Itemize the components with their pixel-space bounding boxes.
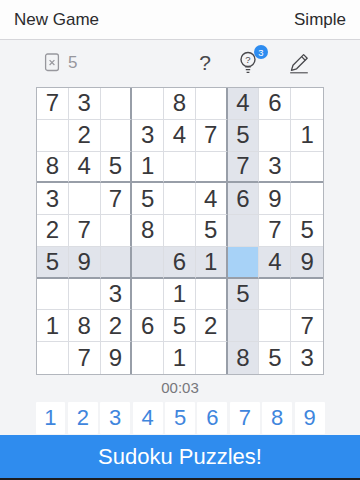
cell-r8c1[interactable]: 1 (37, 310, 69, 342)
cell-r9c8[interactable]: 5 (259, 342, 291, 374)
cell-r7c4[interactable] (132, 279, 164, 311)
cell-r6c2[interactable]: 9 (69, 247, 101, 279)
cell-r7c5[interactable]: 1 (164, 279, 196, 311)
pencil-icon (285, 50, 313, 75)
hint-button[interactable]: ? 3 (235, 50, 261, 75)
cell-r7c1[interactable] (37, 279, 69, 311)
cell-r4c2[interactable] (69, 183, 101, 215)
cell-r5c9[interactable]: 5 (291, 215, 323, 247)
cell-r5c5[interactable] (164, 215, 196, 247)
timer: 00:03 (0, 379, 360, 399)
cell-r6c9[interactable]: 9 (291, 247, 323, 279)
numpad-6[interactable]: 6 (197, 402, 227, 434)
help-button[interactable]: ? (199, 52, 211, 73)
cell-r5c6[interactable]: 5 (196, 215, 228, 247)
svg-text:?: ? (245, 54, 250, 65)
cell-r2c5[interactable]: 4 (164, 120, 196, 152)
cell-r8c5[interactable]: 5 (164, 310, 196, 342)
cell-r9c3[interactable]: 9 (101, 342, 133, 374)
difficulty-button[interactable]: Simple (294, 10, 346, 30)
numpad-8[interactable]: 8 (262, 402, 292, 434)
mistakes-counter: 5 (44, 53, 77, 73)
cell-r3c2[interactable]: 4 (69, 152, 101, 184)
cell-r4c7[interactable]: 6 (228, 183, 260, 215)
cell-r8c7[interactable] (228, 310, 260, 342)
cell-r3c4[interactable]: 1 (132, 152, 164, 184)
cell-r6c8[interactable]: 4 (259, 247, 291, 279)
numpad-5[interactable]: 5 (165, 402, 195, 434)
numpad-3[interactable]: 3 (100, 402, 130, 434)
mistakes-count: 5 (68, 53, 77, 73)
cell-r6c5[interactable]: 6 (164, 247, 196, 279)
cell-r4c8[interactable]: 9 (259, 183, 291, 215)
cell-r1c7[interactable]: 4 (228, 88, 260, 120)
cell-r4c5[interactable] (164, 183, 196, 215)
cell-r6c6[interactable]: 1 (196, 247, 228, 279)
cell-r7c3[interactable]: 3 (101, 279, 133, 311)
cell-r8c2[interactable]: 8 (69, 310, 101, 342)
cell-r1c6[interactable] (196, 88, 228, 120)
cell-r8c4[interactable]: 6 (132, 310, 164, 342)
cell-r5c2[interactable]: 7 (69, 215, 101, 247)
cell-r1c9[interactable] (291, 88, 323, 120)
cell-r3c7[interactable]: 7 (228, 152, 260, 184)
cell-r3c5[interactable] (164, 152, 196, 184)
number-pad: 123456789 (36, 402, 325, 434)
cell-r2c4[interactable]: 3 (132, 120, 164, 152)
numpad-1[interactable]: 1 (36, 402, 66, 434)
cell-r4c6[interactable]: 4 (196, 183, 228, 215)
toolbar: 5 ? ? 3 (0, 40, 360, 85)
cell-r8c8[interactable] (259, 310, 291, 342)
cell-r6c3[interactable] (101, 247, 133, 279)
numpad-9[interactable]: 9 (295, 402, 325, 434)
sudoku-puzzles-banner[interactable]: Sudoku Puzzles! (0, 435, 360, 478)
cell-r2c3[interactable] (101, 120, 133, 152)
toolbar-actions: ? ? 3 (199, 50, 313, 75)
cell-r2c2[interactable]: 2 (69, 120, 101, 152)
cell-r9c2[interactable]: 7 (69, 342, 101, 374)
document-x-icon (44, 53, 60, 72)
top-bar: New Game Simple (0, 0, 360, 40)
cell-r1c5[interactable]: 8 (164, 88, 196, 120)
cell-r8c3[interactable]: 2 (101, 310, 133, 342)
cell-r1c4[interactable] (132, 88, 164, 120)
cell-r1c1[interactable]: 7 (37, 88, 69, 120)
cell-r3c6[interactable] (196, 152, 228, 184)
cell-r4c4[interactable]: 5 (132, 183, 164, 215)
cell-r3c1[interactable]: 8 (37, 152, 69, 184)
cell-r7c7[interactable]: 5 (228, 279, 260, 311)
numpad-2[interactable]: 2 (68, 402, 98, 434)
pencil-notes-button[interactable] (285, 50, 313, 75)
cell-r7c6[interactable] (196, 279, 228, 311)
cell-r2c8[interactable] (259, 120, 291, 152)
cell-r2c7[interactable]: 5 (228, 120, 260, 152)
cell-r3c8[interactable]: 3 (259, 152, 291, 184)
cell-r2c9[interactable]: 1 (291, 120, 323, 152)
cell-r9c9[interactable]: 3 (291, 342, 323, 374)
cell-r2c6[interactable]: 7 (196, 120, 228, 152)
cell-r1c2[interactable]: 3 (69, 88, 101, 120)
cell-r8c9[interactable]: 7 (291, 310, 323, 342)
cell-r4c1[interactable]: 3 (37, 183, 69, 215)
cell-r6c7[interactable] (228, 247, 260, 279)
sudoku-board: 7384623475184517337546927857559614931518… (36, 87, 324, 375)
cell-r5c4[interactable]: 8 (132, 215, 164, 247)
cell-r4c9[interactable] (291, 183, 323, 215)
cell-r9c1[interactable] (37, 342, 69, 374)
cell-r6c4[interactable] (132, 247, 164, 279)
cell-r6c1[interactable]: 5 (37, 247, 69, 279)
cell-r5c7[interactable] (228, 215, 260, 247)
cell-r7c8[interactable] (259, 279, 291, 311)
cell-r3c3[interactable]: 5 (101, 152, 133, 184)
cell-r7c2[interactable] (69, 279, 101, 311)
cell-r5c1[interactable]: 2 (37, 215, 69, 247)
numpad-4[interactable]: 4 (133, 402, 163, 434)
cell-r5c8[interactable]: 7 (259, 215, 291, 247)
sudoku-app: New Game Simple 5 ? ? (0, 0, 360, 480)
cell-r1c8[interactable]: 6 (259, 88, 291, 120)
cell-r9c7[interactable]: 8 (228, 342, 260, 374)
cell-r9c5[interactable]: 1 (164, 342, 196, 374)
new-game-button[interactable]: New Game (14, 10, 99, 30)
cell-r2c1[interactable] (37, 120, 69, 152)
cell-r7c9[interactable] (291, 279, 323, 311)
cell-r3c9[interactable] (291, 152, 323, 184)
cell-r8c6[interactable]: 2 (196, 310, 228, 342)
cell-r5c3[interactable] (101, 215, 133, 247)
cell-r4c3[interactable]: 7 (101, 183, 133, 215)
banner-label: Sudoku Puzzles! (98, 444, 262, 470)
cell-r1c3[interactable] (101, 88, 133, 120)
hint-count-badge: 3 (254, 45, 268, 59)
cell-r9c6[interactable] (196, 342, 228, 374)
cell-r9c4[interactable] (132, 342, 164, 374)
numpad-7[interactable]: 7 (230, 402, 260, 434)
